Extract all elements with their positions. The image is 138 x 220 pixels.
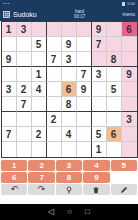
app-grid-icon xyxy=(3,11,10,18)
cell-r9c3[interactable] xyxy=(32,142,47,157)
cell-r1c4[interactable] xyxy=(47,22,62,37)
cell-r5c9[interactable] xyxy=(122,82,137,97)
cell-r3c5[interactable]: 3 xyxy=(62,52,77,67)
cell-r1c6[interactable] xyxy=(77,22,92,37)
cell-r9c6[interactable] xyxy=(77,142,92,157)
cell-r3c4[interactable]: 7 xyxy=(47,52,62,67)
timer-label: 00:17 xyxy=(74,14,85,19)
cell-r5c2[interactable]: 2 xyxy=(17,82,32,97)
cell-r2c7[interactable]: 7 xyxy=(92,37,107,52)
cell-r4c7[interactable]: 3 xyxy=(92,67,107,82)
cell-r1c9[interactable]: 6 xyxy=(122,22,137,37)
cell-r5c3[interactable]: 4 xyxy=(32,82,47,97)
cell-r4c8[interactable] xyxy=(107,67,122,82)
cell-r7c1[interactable] xyxy=(2,112,17,127)
status-bar: • • • 5:00 xyxy=(0,0,138,7)
cell-r8c9[interactable] xyxy=(122,127,137,142)
cell-r8c7[interactable]: 5 xyxy=(92,127,107,142)
sudoku-board: 1396597973817393246957823724561 xyxy=(1,21,138,158)
cell-r8c4[interactable] xyxy=(47,127,62,142)
cell-r7c5[interactable] xyxy=(62,112,77,127)
delete-button[interactable] xyxy=(83,184,109,195)
android-nav-bar: ◁ ○ □ xyxy=(0,204,138,220)
numpad-button-2[interactable]: 2 xyxy=(28,160,54,171)
cell-r7c8[interactable] xyxy=(107,112,122,127)
cell-r4c6[interactable]: 7 xyxy=(77,67,92,82)
cell-r5c8[interactable]: 5 xyxy=(107,82,122,97)
cell-r7c2[interactable] xyxy=(17,112,32,127)
cell-r4c2[interactable] xyxy=(17,67,32,82)
cell-r8c1[interactable]: 7 xyxy=(2,127,17,142)
cell-r5c7[interactable] xyxy=(92,82,107,97)
cell-r6c8[interactable] xyxy=(107,97,122,112)
cell-r1c1[interactable]: 1 xyxy=(2,22,17,37)
trash-icon xyxy=(92,186,100,194)
cell-r1c2[interactable]: 3 xyxy=(17,22,32,37)
cell-r3c6[interactable] xyxy=(77,52,92,67)
nav-back-icon[interactable]: ◁ xyxy=(48,204,54,220)
cell-r7c6[interactable] xyxy=(77,112,92,127)
nav-home-icon[interactable]: ○ xyxy=(67,204,72,220)
cell-r9c4[interactable] xyxy=(47,142,62,157)
notes-pencil-button[interactable] xyxy=(111,184,137,195)
cell-r8c5[interactable]: 4 xyxy=(62,127,77,142)
cell-r9c5[interactable] xyxy=(62,142,77,157)
cell-r8c2[interactable] xyxy=(17,127,32,142)
cell-r3c8[interactable]: 8 xyxy=(107,52,122,67)
cell-r6c9[interactable] xyxy=(122,97,137,112)
cell-r1c8[interactable] xyxy=(107,22,122,37)
cell-r5c5[interactable]: 6 xyxy=(62,82,77,97)
numpad-button-6[interactable]: 6 xyxy=(1,172,27,183)
cell-r8c8[interactable]: 6 xyxy=(107,127,122,142)
cell-r1c3[interactable] xyxy=(32,22,47,37)
cell-r2c4[interactable] xyxy=(47,37,62,52)
cell-r2c9[interactable] xyxy=(122,37,137,52)
undo-arrow-icon: ↶ xyxy=(10,185,18,194)
cell-r4c3[interactable]: 1 xyxy=(32,67,47,82)
number-pad-row-1: 12345 xyxy=(1,160,137,171)
numpad-button-8[interactable]: 8 xyxy=(56,172,82,183)
cell-r5c6[interactable]: 9 xyxy=(77,82,92,97)
cell-r9c7[interactable]: 1 xyxy=(92,142,107,157)
numpad-button-9[interactable]: 9 xyxy=(83,172,109,183)
cell-r7c3[interactable] xyxy=(32,112,47,127)
undo-button[interactable]: ↶ xyxy=(1,184,27,195)
pencil-icon xyxy=(120,186,128,194)
cell-r6c1[interactable] xyxy=(2,97,17,112)
page-title: Sudoku xyxy=(13,11,37,18)
redo-button[interactable]: ↷ xyxy=(28,184,54,195)
cell-r3c1[interactable]: 9 xyxy=(2,52,17,67)
menu-button[interactable]: menu xyxy=(122,11,135,17)
cell-r4c1[interactable] xyxy=(2,67,17,82)
action-bar: Sudoku hard 00:17 menu xyxy=(0,7,138,21)
cell-r2c1[interactable] xyxy=(2,37,17,52)
numpad-button-4[interactable]: 4 xyxy=(83,160,109,171)
cell-r5c1[interactable]: 3 xyxy=(2,82,17,97)
cell-r6c4[interactable] xyxy=(47,97,62,112)
cell-r6c5[interactable]: 8 xyxy=(62,97,77,112)
cell-r6c3[interactable] xyxy=(32,97,47,112)
cell-r2c3[interactable]: 5 xyxy=(32,37,47,52)
cell-r4c9[interactable]: 9 xyxy=(122,67,137,82)
lightbulb-icon xyxy=(65,186,73,194)
cell-r3c9[interactable] xyxy=(122,52,137,67)
cell-r6c2[interactable]: 7 xyxy=(17,97,32,112)
cell-r9c9[interactable] xyxy=(122,142,137,157)
cell-r3c2[interactable] xyxy=(17,52,32,67)
number-pad: 12345 6789 xyxy=(1,160,137,183)
cell-r2c6[interactable] xyxy=(77,37,92,52)
cell-r8c6[interactable] xyxy=(77,127,92,142)
cell-r2c2[interactable] xyxy=(17,37,32,52)
cell-r7c9[interactable]: 3 xyxy=(122,112,137,127)
numpad-button-5[interactable]: 5 xyxy=(111,160,137,171)
cell-r7c4[interactable]: 2 xyxy=(47,112,62,127)
cell-r3c3[interactable] xyxy=(32,52,47,67)
cell-r6c7[interactable] xyxy=(92,97,107,112)
cell-r6c6[interactable] xyxy=(77,97,92,112)
cell-r9c1[interactable] xyxy=(2,142,17,157)
game-toolbar: ↶ ↷ xyxy=(1,184,137,195)
game-status: hard 00:17 xyxy=(37,9,123,19)
cell-r2c5[interactable]: 9 xyxy=(62,37,77,52)
number-pad-row-2: 6789 xyxy=(1,172,137,183)
cell-r9c8[interactable] xyxy=(107,142,122,157)
cell-r1c5[interactable] xyxy=(62,22,77,37)
numpad-button-1[interactable]: 1 xyxy=(1,160,27,171)
cell-r5c4[interactable] xyxy=(47,82,62,97)
notification-icons: • • • xyxy=(3,0,9,7)
cell-r9c2[interactable] xyxy=(17,142,32,157)
numpad-button-7[interactable]: 7 xyxy=(28,172,54,183)
cell-r4c4[interactable] xyxy=(47,67,62,82)
cell-r1c7[interactable]: 9 xyxy=(92,22,107,37)
cell-r7c7[interactable] xyxy=(92,112,107,127)
redo-arrow-icon: ↷ xyxy=(38,185,46,194)
nav-recents-icon[interactable]: □ xyxy=(85,204,90,220)
battery-icon xyxy=(122,2,125,6)
cell-r2c8[interactable] xyxy=(107,37,122,52)
numpad-button-3[interactable]: 3 xyxy=(56,160,82,171)
cell-r8c3[interactable]: 2 xyxy=(32,127,47,142)
hint-button[interactable] xyxy=(56,184,82,195)
cell-r4c5[interactable] xyxy=(62,67,77,82)
numpad-empty-slot xyxy=(111,172,137,183)
status-time: 5:00 xyxy=(127,0,135,7)
cell-r3c7[interactable] xyxy=(92,52,107,67)
